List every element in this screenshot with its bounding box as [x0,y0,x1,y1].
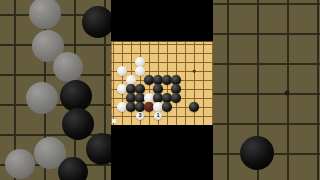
board-intersection [145,85,154,94]
board-intersection [208,94,214,103]
board-intersection [208,76,214,85]
board-intersection [181,85,190,94]
black-stone [144,75,153,84]
board-intersection [172,49,181,58]
board-intersection [181,76,190,85]
board-intersection [172,58,181,67]
board-intersection [190,112,199,121]
board-intersection [163,121,172,126]
board-intersection [118,41,127,49]
board-intersection [118,76,127,85]
board-intersection [154,76,163,85]
board-intersection [154,103,163,112]
board-intersection [208,67,214,76]
background-board-left [0,0,111,180]
board-intersection [118,67,127,76]
white-stone [117,84,126,93]
board-intersection [136,76,145,85]
board-intersection [199,94,208,103]
board-intersection [172,103,181,112]
board-intersection [199,67,208,76]
board-intersection [190,76,199,85]
board-intersection [118,112,127,121]
board-intersection [118,58,127,67]
board-intersection [145,76,154,85]
board-intersection [199,121,208,126]
black-stone [153,93,162,102]
black-stone [153,84,162,93]
board-intersection [181,121,190,126]
board-intersection [145,67,154,76]
board-intersection [118,121,127,126]
board-intersection [163,76,172,85]
board-intersection [136,58,145,67]
board-intersection [163,94,172,103]
background-board-right [213,0,320,180]
board-intersection [136,67,145,76]
board-intersection [136,94,145,103]
background-dim-overlay [0,0,111,180]
board-intersection [136,85,145,94]
board-intersection [154,94,163,103]
board-intersection [172,112,181,121]
board-intersection [208,103,214,112]
go-board: 31 [111,41,213,125]
white-stone [135,66,144,75]
board-intersection [190,94,199,103]
board-intersection [172,121,181,126]
board-intersection [127,58,136,67]
corner-marker [112,119,116,123]
black-stone [171,93,180,102]
board-intersection [154,67,163,76]
black-stone [153,75,162,84]
black-stone [189,102,198,111]
board-intersection [190,58,199,67]
board-intersection [154,49,163,58]
white-stone [135,57,144,66]
white-stone [117,66,126,75]
black-stone [162,102,171,111]
board-intersection [127,103,136,112]
board-intersection [181,103,190,112]
board-intersection [145,49,154,58]
black-stone [135,84,144,93]
white-stone [144,93,153,102]
board-intersection [145,41,154,49]
board-intersection [127,67,136,76]
hoshi-point [193,70,196,73]
black-stone [171,84,180,93]
board-intersection [199,85,208,94]
black-stone [135,102,144,111]
board-intersection [145,112,154,121]
board-intersection [118,85,127,94]
board-intersection [190,103,199,112]
board-intersection [190,49,199,58]
black-stone [171,75,180,84]
board-intersection [127,41,136,49]
numbered-white-stone: 1 [154,112,163,121]
last-move-black-stone [144,102,153,111]
board-intersection [181,41,190,49]
board-intersection [181,58,190,67]
board-intersection [163,103,172,112]
board-intersection [127,112,136,121]
board-intersection [190,41,199,49]
board-intersection [181,67,190,76]
board-intersection [190,85,199,94]
background-dim-overlay [213,0,320,180]
board-intersection [118,103,127,112]
go-board-grid: 31 [111,41,213,125]
white-stone [126,75,135,84]
board-intersection [199,41,208,49]
board-intersection [118,94,127,103]
white-stone [153,102,162,111]
board-intersection: 3 [136,112,145,121]
numbered-white-stone: 3 [136,112,145,121]
board-intersection [127,121,136,126]
board-intersection [208,112,214,121]
board-intersection [145,121,154,126]
board-intersection [199,58,208,67]
board-intersection [172,41,181,49]
board-intersection [136,41,145,49]
board-intersection [136,103,145,112]
board-intersection [145,103,154,112]
short-video-panel: 31 [111,0,213,180]
black-stone [135,93,144,102]
board-intersection [127,94,136,103]
board-intersection [208,121,214,126]
black-stone [162,75,171,84]
board-intersection [208,58,214,67]
black-stone [126,93,135,102]
black-stone [162,93,171,102]
board-intersection [199,112,208,121]
board-intersection [154,58,163,67]
board-intersection [145,94,154,103]
board-intersection [163,41,172,49]
board-intersection [163,67,172,76]
board-intersection [190,121,199,126]
board-intersection [127,85,136,94]
video-frame[interactable]: 31 [0,0,320,180]
black-stone [126,84,135,93]
board-intersection [181,112,190,121]
board-intersection [154,85,163,94]
board-intersection [163,85,172,94]
board-intersection [154,41,163,49]
board-intersection [127,49,136,58]
board-intersection [154,121,163,126]
board-intersection [172,76,181,85]
board-intersection [172,94,181,103]
board-intersection [136,121,145,126]
board-intersection [181,49,190,58]
board-intersection [208,41,214,49]
board-intersection [199,103,208,112]
board-intersection [163,112,172,121]
board-intersection [199,49,208,58]
board-intersection [163,58,172,67]
board-intersection: 1 [154,112,163,121]
board-intersection [172,67,181,76]
board-intersection [208,85,214,94]
board-intersection [172,85,181,94]
black-stone [126,102,135,111]
board-intersection [163,49,172,58]
board-intersection [208,49,214,58]
white-stone [117,102,126,111]
board-intersection [136,49,145,58]
board-intersection [145,58,154,67]
board-intersection [199,76,208,85]
board-intersection [181,94,190,103]
board-intersection [118,49,127,58]
board-intersection [127,76,136,85]
